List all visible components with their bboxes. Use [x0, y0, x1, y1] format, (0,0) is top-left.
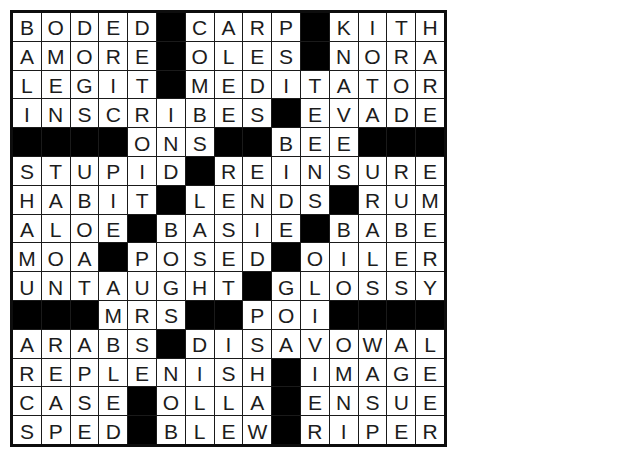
- cell-letter: I: [341, 421, 347, 442]
- letter-cell[interactable]: N: [157, 128, 185, 156]
- cell-letter: B: [193, 104, 207, 125]
- letter-cell[interactable]: E: [416, 215, 444, 243]
- letter-cell[interactable]: E: [330, 128, 358, 156]
- letter-cell[interactable]: R: [301, 416, 329, 444]
- letter-cell[interactable]: O: [128, 128, 156, 156]
- letter-cell[interactable]: T: [215, 272, 243, 300]
- letter-cell[interactable]: I: [186, 359, 214, 387]
- cell-letter: M: [47, 46, 65, 67]
- letter-cell[interactable]: S: [13, 416, 41, 444]
- letter-cell[interactable]: E: [416, 157, 444, 185]
- cell-letter: E: [77, 421, 91, 442]
- letter-cell[interactable]: B: [99, 330, 127, 358]
- black-square: [157, 42, 185, 70]
- letter-cell[interactable]: D: [243, 243, 271, 271]
- letter-cell[interactable]: B: [387, 215, 415, 243]
- cell-letter: O: [336, 277, 352, 298]
- letter-cell[interactable]: L: [301, 272, 329, 300]
- cell-letter: B: [164, 219, 178, 240]
- letter-cell[interactable]: A: [272, 330, 300, 358]
- letter-cell[interactable]: B: [13, 13, 41, 41]
- letter-cell[interactable]: A: [99, 272, 127, 300]
- letter-cell[interactable]: U: [387, 186, 415, 214]
- letter-cell[interactable]: E: [128, 359, 156, 387]
- black-square: [13, 301, 41, 329]
- letter-cell[interactable]: O: [42, 13, 70, 41]
- cell-letter: R: [394, 161, 409, 182]
- cell-letter: P: [135, 248, 149, 269]
- black-square: [157, 186, 185, 214]
- cell-letter: D: [106, 421, 121, 442]
- letter-cell[interactable]: A: [13, 42, 41, 70]
- letter-cell[interactable]: L: [416, 330, 444, 358]
- letter-cell[interactable]: E: [272, 215, 300, 243]
- letter-cell[interactable]: I: [301, 301, 329, 329]
- cell-letter: U: [19, 277, 34, 298]
- letter-cell[interactable]: I: [99, 71, 127, 99]
- cell-letter: B: [279, 133, 293, 154]
- cell-letter: D: [77, 17, 92, 38]
- letter-cell[interactable]: B: [186, 99, 214, 127]
- letter-cell[interactable]: N: [42, 272, 70, 300]
- cell-letter: I: [139, 161, 145, 182]
- cell-letter: S: [164, 305, 178, 326]
- letter-cell[interactable]: E: [416, 387, 444, 415]
- letter-cell[interactable]: I: [301, 359, 329, 387]
- letter-cell[interactable]: I: [215, 330, 243, 358]
- letter-cell[interactable]: L: [99, 359, 127, 387]
- letter-cell[interactable]: R: [215, 157, 243, 185]
- cell-letter: M: [335, 363, 353, 384]
- letter-cell[interactable]: H: [243, 359, 271, 387]
- letter-cell[interactable]: D: [272, 186, 300, 214]
- cell-letter: G: [278, 277, 294, 298]
- letter-cell[interactable]: R: [128, 301, 156, 329]
- letter-cell[interactable]: D: [157, 157, 185, 185]
- cell-letter: Y: [423, 277, 437, 298]
- letter-cell[interactable]: A: [243, 387, 271, 415]
- letter-cell[interactable]: H: [416, 13, 444, 41]
- cell-letter: R: [48, 334, 63, 355]
- letter-cell[interactable]: O: [71, 42, 99, 70]
- letter-cell[interactable]: S: [71, 99, 99, 127]
- cell-letter: S: [221, 219, 235, 240]
- black-square: [157, 330, 185, 358]
- letter-cell[interactable]: S: [301, 186, 329, 214]
- cell-letter: V: [337, 104, 351, 125]
- letter-cell[interactable]: O: [71, 215, 99, 243]
- letter-cell[interactable]: I: [330, 416, 358, 444]
- letter-cell[interactable]: E: [387, 416, 415, 444]
- letter-cell[interactable]: A: [387, 330, 415, 358]
- cell-letter: L: [424, 334, 436, 355]
- letter-cell[interactable]: P: [243, 301, 271, 329]
- cell-letter: I: [254, 219, 260, 240]
- letter-cell[interactable]: E: [416, 359, 444, 387]
- cell-letter: H: [250, 363, 265, 384]
- cell-letter: N: [336, 392, 351, 413]
- letter-cell[interactable]: N: [157, 359, 185, 387]
- letter-cell[interactable]: B: [330, 215, 358, 243]
- letter-cell[interactable]: M: [99, 301, 127, 329]
- letter-cell[interactable]: D: [99, 416, 127, 444]
- cell-letter: R: [250, 17, 265, 38]
- cell-letter: I: [312, 305, 318, 326]
- cell-letter: B: [164, 421, 178, 442]
- letter-cell[interactable]: M: [416, 186, 444, 214]
- cell-letter: C: [192, 17, 207, 38]
- letter-cell[interactable]: E: [215, 71, 243, 99]
- cell-letter: P: [279, 17, 293, 38]
- letter-cell[interactable]: L: [215, 42, 243, 70]
- cell-letter: E: [49, 75, 63, 96]
- cell-letter: G: [76, 75, 92, 96]
- letter-cell[interactable]: S: [359, 387, 387, 415]
- letter-cell[interactable]: S: [330, 157, 358, 185]
- letter-cell[interactable]: G: [157, 272, 185, 300]
- letter-cell[interactable]: I: [330, 243, 358, 271]
- letter-cell[interactable]: P: [71, 359, 99, 387]
- black-square: [157, 71, 185, 99]
- letter-cell[interactable]: O: [272, 301, 300, 329]
- letter-cell[interactable]: P: [272, 13, 300, 41]
- letter-cell[interactable]: I: [13, 99, 41, 127]
- cell-letter: L: [50, 219, 62, 240]
- letter-cell[interactable]: A: [71, 243, 99, 271]
- black-square: [301, 13, 329, 41]
- letter-cell[interactable]: E: [99, 387, 127, 415]
- cell-letter: D: [163, 161, 178, 182]
- letter-cell[interactable]: T: [128, 186, 156, 214]
- cell-letter: O: [76, 219, 92, 240]
- cell-letter: R: [135, 305, 150, 326]
- cell-letter: H: [19, 190, 34, 211]
- letter-cell[interactable]: R: [387, 42, 415, 70]
- black-square: [128, 215, 156, 243]
- cell-letter: E: [394, 421, 408, 442]
- letter-cell[interactable]: E: [215, 243, 243, 271]
- letter-cell[interactable]: S: [215, 359, 243, 387]
- cell-letter: E: [423, 104, 437, 125]
- letter-cell[interactable]: E: [42, 71, 70, 99]
- letter-cell[interactable]: U: [128, 272, 156, 300]
- letter-cell[interactable]: T: [71, 272, 99, 300]
- letter-cell[interactable]: R: [416, 71, 444, 99]
- letter-cell[interactable]: S: [186, 128, 214, 156]
- cell-letter: R: [19, 363, 34, 384]
- cell-letter: R: [394, 46, 409, 67]
- cell-letter: L: [107, 363, 119, 384]
- letter-cell[interactable]: R: [359, 186, 387, 214]
- letter-cell[interactable]: E: [243, 157, 271, 185]
- cell-letter: T: [136, 75, 149, 96]
- cell-letter: B: [106, 334, 120, 355]
- cell-letter: C: [19, 392, 34, 413]
- letter-cell[interactable]: P: [359, 416, 387, 444]
- letter-cell[interactable]: G: [387, 359, 415, 387]
- cell-letter: P: [106, 161, 120, 182]
- letter-cell[interactable]: D: [387, 99, 415, 127]
- cell-letter: D: [394, 104, 409, 125]
- letter-cell[interactable]: D: [186, 330, 214, 358]
- black-square: [99, 128, 127, 156]
- cell-letter: L: [223, 392, 235, 413]
- cell-letter: H: [192, 277, 207, 298]
- letter-cell[interactable]: H: [13, 186, 41, 214]
- letter-cell[interactable]: E: [215, 99, 243, 127]
- letter-cell[interactable]: S: [387, 272, 415, 300]
- cell-letter: L: [223, 46, 235, 67]
- cell-letter: I: [341, 248, 347, 269]
- letter-cell[interactable]: L: [42, 215, 70, 243]
- letter-cell[interactable]: L: [186, 387, 214, 415]
- cell-letter: O: [278, 305, 294, 326]
- letter-cell[interactable]: V: [301, 330, 329, 358]
- letter-cell[interactable]: P: [99, 157, 127, 185]
- cell-letter: A: [221, 17, 235, 38]
- letter-cell[interactable]: N: [42, 99, 70, 127]
- letter-cell[interactable]: R: [13, 359, 41, 387]
- letter-cell[interactable]: B: [272, 128, 300, 156]
- letter-cell[interactable]: A: [330, 71, 358, 99]
- cell-letter: G: [163, 277, 179, 298]
- black-square: [272, 99, 300, 127]
- letter-cell[interactable]: T: [359, 71, 387, 99]
- letter-cell[interactable]: A: [42, 186, 70, 214]
- letter-cell[interactable]: M: [330, 359, 358, 387]
- letter-cell[interactable]: D: [243, 71, 271, 99]
- black-square: [42, 301, 70, 329]
- cell-letter: O: [76, 46, 92, 67]
- letter-cell[interactable]: O: [157, 243, 185, 271]
- letter-cell[interactable]: E: [128, 42, 156, 70]
- letter-cell[interactable]: U: [359, 157, 387, 185]
- letter-cell[interactable]: E: [99, 13, 127, 41]
- letter-cell[interactable]: S: [215, 215, 243, 243]
- letter-cell[interactable]: B: [71, 186, 99, 214]
- letter-cell[interactable]: E: [99, 215, 127, 243]
- letter-cell[interactable]: T: [301, 71, 329, 99]
- letter-cell[interactable]: I: [272, 71, 300, 99]
- letter-cell[interactable]: S: [272, 42, 300, 70]
- letter-cell[interactable]: A: [359, 359, 387, 387]
- letter-cell[interactable]: I: [157, 99, 185, 127]
- letter-cell[interactable]: B: [157, 215, 185, 243]
- black-square: [243, 128, 271, 156]
- cell-letter: S: [337, 161, 351, 182]
- cell-letter: I: [197, 363, 203, 384]
- letter-cell[interactable]: S: [13, 157, 41, 185]
- letter-cell[interactable]: P: [42, 416, 70, 444]
- letter-cell[interactable]: L: [215, 387, 243, 415]
- letter-cell[interactable]: C: [99, 99, 127, 127]
- cell-letter: E: [308, 392, 322, 413]
- letter-cell[interactable]: S: [243, 330, 271, 358]
- letter-cell[interactable]: A: [186, 215, 214, 243]
- cell-letter: O: [393, 75, 409, 96]
- letter-cell[interactable]: A: [13, 215, 41, 243]
- black-square: [128, 416, 156, 444]
- letter-cell[interactable]: T: [128, 71, 156, 99]
- letter-cell[interactable]: A: [71, 330, 99, 358]
- cell-letter: K: [337, 17, 351, 38]
- letter-cell[interactable]: W: [243, 416, 271, 444]
- letter-cell[interactable]: L: [186, 186, 214, 214]
- letter-cell[interactable]: V: [330, 99, 358, 127]
- cell-letter: P: [365, 421, 379, 442]
- cell-letter: A: [49, 392, 63, 413]
- letter-cell[interactable]: I: [359, 13, 387, 41]
- letter-cell[interactable]: S: [359, 272, 387, 300]
- letter-cell[interactable]: U: [387, 387, 415, 415]
- letter-cell[interactable]: O: [42, 243, 70, 271]
- letter-cell[interactable]: O: [359, 42, 387, 70]
- cell-letter: R: [135, 104, 150, 125]
- letter-cell[interactable]: A: [416, 42, 444, 70]
- letter-cell[interactable]: R: [416, 243, 444, 271]
- cell-letter: O: [336, 334, 352, 355]
- cell-letter: S: [77, 104, 91, 125]
- letter-cell[interactable]: M: [42, 42, 70, 70]
- letter-cell[interactable]: S: [128, 330, 156, 358]
- cell-letter: I: [110, 190, 116, 211]
- cell-letter: E: [135, 46, 149, 67]
- letter-cell[interactable]: E: [243, 42, 271, 70]
- cell-letter: H: [423, 17, 438, 38]
- letter-cell[interactable]: G: [272, 272, 300, 300]
- black-square: [243, 272, 271, 300]
- cell-letter: N: [250, 190, 265, 211]
- letter-cell[interactable]: L: [359, 243, 387, 271]
- cell-letter: E: [394, 248, 408, 269]
- black-square: [272, 243, 300, 271]
- letter-cell[interactable]: R: [42, 330, 70, 358]
- letter-cell[interactable]: G: [71, 71, 99, 99]
- cell-letter: A: [337, 75, 351, 96]
- cell-letter: L: [21, 75, 33, 96]
- letter-cell[interactable]: R: [243, 13, 271, 41]
- letter-cell[interactable]: E: [416, 99, 444, 127]
- cell-letter: R: [365, 190, 380, 211]
- cell-letter: U: [77, 161, 92, 182]
- crossword-grid: BODEDCARPKITHAMOREOLESNORALEGITMEDITATOR…: [10, 10, 447, 447]
- letter-cell[interactable]: R: [99, 42, 127, 70]
- letter-cell[interactable]: N: [330, 387, 358, 415]
- letter-cell[interactable]: O: [330, 330, 358, 358]
- cell-letter: E: [279, 219, 293, 240]
- letter-cell[interactable]: E: [301, 99, 329, 127]
- letter-cell[interactable]: E: [301, 128, 329, 156]
- letter-cell[interactable]: E: [42, 359, 70, 387]
- cell-letter: N: [336, 46, 351, 67]
- letter-cell[interactable]: U: [13, 272, 41, 300]
- letter-cell[interactable]: S: [243, 99, 271, 127]
- letter-cell[interactable]: S: [71, 387, 99, 415]
- letter-cell[interactable]: D: [71, 13, 99, 41]
- letter-cell[interactable]: D: [128, 13, 156, 41]
- letter-cell[interactable]: O: [186, 42, 214, 70]
- letter-cell[interactable]: E: [215, 186, 243, 214]
- letter-cell[interactable]: A: [359, 215, 387, 243]
- letter-cell[interactable]: U: [71, 157, 99, 185]
- letter-cell[interactable]: S: [157, 301, 185, 329]
- letter-cell[interactable]: N: [243, 186, 271, 214]
- letter-cell[interactable]: L: [186, 416, 214, 444]
- cell-letter: S: [77, 392, 91, 413]
- letter-cell[interactable]: E: [71, 416, 99, 444]
- letter-cell[interactable]: O: [157, 387, 185, 415]
- cell-letter: T: [49, 161, 62, 182]
- cell-letter: O: [134, 133, 150, 154]
- letter-cell[interactable]: E: [387, 243, 415, 271]
- cell-letter: T: [308, 75, 321, 96]
- letter-cell[interactable]: O: [301, 243, 329, 271]
- letter-cell[interactable]: B: [157, 416, 185, 444]
- cell-letter: A: [250, 392, 264, 413]
- letter-cell[interactable]: S: [186, 243, 214, 271]
- cell-letter: E: [221, 421, 235, 442]
- letter-cell[interactable]: A: [13, 330, 41, 358]
- letter-cell[interactable]: W: [359, 330, 387, 358]
- letter-cell[interactable]: T: [42, 157, 70, 185]
- letter-cell[interactable]: C: [13, 387, 41, 415]
- letter-cell[interactable]: N: [330, 42, 358, 70]
- cell-letter: E: [106, 219, 120, 240]
- black-square: [330, 301, 358, 329]
- letter-cell[interactable]: R: [416, 416, 444, 444]
- cell-letter: R: [106, 46, 121, 67]
- letter-cell[interactable]: Y: [416, 272, 444, 300]
- letter-cell[interactable]: H: [186, 272, 214, 300]
- letter-cell[interactable]: K: [330, 13, 358, 41]
- cell-letter: V: [308, 334, 322, 355]
- letter-cell[interactable]: M: [13, 243, 41, 271]
- cell-letter: C: [106, 104, 121, 125]
- black-square: [301, 215, 329, 243]
- letter-cell[interactable]: R: [387, 157, 415, 185]
- letter-cell[interactable]: O: [387, 71, 415, 99]
- black-square: [301, 42, 329, 70]
- letter-cell[interactable]: N: [301, 157, 329, 185]
- cell-letter: R: [423, 248, 438, 269]
- letter-cell[interactable]: I: [128, 157, 156, 185]
- letter-cell[interactable]: M: [186, 71, 214, 99]
- letter-cell[interactable]: C: [186, 13, 214, 41]
- letter-cell[interactable]: P: [128, 243, 156, 271]
- letter-cell[interactable]: I: [272, 157, 300, 185]
- letter-cell[interactable]: E: [301, 387, 329, 415]
- cell-letter: A: [365, 363, 379, 384]
- letter-cell[interactable]: A: [42, 387, 70, 415]
- letter-cell[interactable]: A: [359, 99, 387, 127]
- letter-cell[interactable]: E: [215, 416, 243, 444]
- letter-cell[interactable]: O: [330, 272, 358, 300]
- cell-letter: P: [250, 305, 264, 326]
- cell-letter: S: [250, 334, 264, 355]
- black-square: [157, 13, 185, 41]
- letter-cell[interactable]: I: [99, 186, 127, 214]
- cell-letter: E: [135, 363, 149, 384]
- cell-letter: E: [221, 104, 235, 125]
- letter-cell[interactable]: R: [128, 99, 156, 127]
- cell-letter: O: [163, 392, 179, 413]
- letter-cell[interactable]: I: [243, 215, 271, 243]
- letter-cell[interactable]: A: [215, 13, 243, 41]
- letter-cell[interactable]: T: [387, 13, 415, 41]
- cell-letter: B: [20, 17, 34, 38]
- letter-cell[interactable]: L: [13, 71, 41, 99]
- cell-letter: A: [49, 190, 63, 211]
